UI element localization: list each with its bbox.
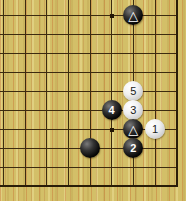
stone-white-s4: 1: [145, 119, 165, 139]
triangle-mark-icon: △: [128, 120, 138, 139]
board-bottom-edge-line: [0, 185, 178, 187]
star-point-q4: [110, 128, 114, 132]
triangle-mark-icon: △: [128, 6, 138, 25]
grid-horizontal-lines: [0, 15, 177, 187]
move-number-label: 5: [130, 81, 136, 101]
goban-board[interactable]: △543△12: [0, 0, 186, 201]
board-right-edge-line: [176, 0, 178, 187]
move-number-label: 3: [130, 100, 136, 120]
stone-black-q5: 4: [102, 100, 122, 120]
move-number-label: 2: [130, 138, 136, 158]
star-point-q10: [110, 14, 114, 18]
move-number-label: 4: [109, 100, 115, 120]
stone-black-p3: [80, 138, 100, 158]
go-diagram: △543△12: [0, 0, 186, 201]
move-number-label: 1: [152, 119, 158, 139]
